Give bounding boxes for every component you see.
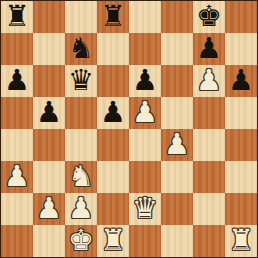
square-c4[interactable] (65, 129, 97, 161)
square-g6[interactable]: ♟ (193, 65, 225, 97)
square-f6[interactable] (161, 65, 193, 97)
square-e6[interactable]: ♟ (129, 65, 161, 97)
piece-white-rook[interactable]: ♜ (100, 224, 126, 256)
piece-black-queen[interactable]: ♛ (68, 64, 94, 96)
square-f2[interactable] (161, 193, 193, 225)
square-e1[interactable] (129, 225, 161, 257)
square-d6[interactable] (97, 65, 129, 97)
chess-board: ♜♜♚♞♟♟♛♟♟♟♟♟♟♟♟♞♟♟♛♚♜♜ (0, 0, 258, 258)
square-a4[interactable] (1, 129, 33, 161)
square-d8[interactable]: ♜ (97, 1, 129, 33)
square-c1[interactable]: ♚ (65, 225, 97, 257)
piece-white-king[interactable]: ♚ (68, 224, 94, 256)
piece-black-pawn[interactable]: ♟ (228, 64, 254, 96)
square-a2[interactable] (1, 193, 33, 225)
square-h3[interactable] (225, 161, 257, 193)
square-b1[interactable] (33, 225, 65, 257)
square-e5[interactable]: ♟ (129, 97, 161, 129)
piece-white-knight[interactable]: ♞ (68, 160, 94, 192)
square-a1[interactable] (1, 225, 33, 257)
piece-black-rook[interactable]: ♜ (100, 0, 126, 32)
piece-white-pawn[interactable]: ♟ (4, 160, 30, 192)
square-c3[interactable]: ♞ (65, 161, 97, 193)
piece-black-pawn[interactable]: ♟ (100, 96, 126, 128)
square-h2[interactable] (225, 193, 257, 225)
piece-white-pawn[interactable]: ♟ (164, 128, 190, 160)
square-f4[interactable]: ♟ (161, 129, 193, 161)
square-e3[interactable] (129, 161, 161, 193)
square-a5[interactable] (1, 97, 33, 129)
square-e7[interactable] (129, 33, 161, 65)
square-b3[interactable] (33, 161, 65, 193)
square-b6[interactable] (33, 65, 65, 97)
piece-black-rook[interactable]: ♜ (4, 0, 30, 32)
piece-black-pawn[interactable]: ♟ (4, 64, 30, 96)
square-d2[interactable] (97, 193, 129, 225)
square-e2[interactable]: ♛ (129, 193, 161, 225)
piece-white-pawn[interactable]: ♟ (68, 192, 94, 224)
piece-white-queen[interactable]: ♛ (132, 192, 158, 224)
piece-black-pawn[interactable]: ♟ (132, 64, 158, 96)
square-d7[interactable] (97, 33, 129, 65)
square-b2[interactable]: ♟ (33, 193, 65, 225)
square-b8[interactable] (33, 1, 65, 33)
square-e8[interactable] (129, 1, 161, 33)
square-g4[interactable] (193, 129, 225, 161)
piece-white-pawn[interactable]: ♟ (36, 192, 62, 224)
piece-black-knight[interactable]: ♞ (68, 32, 94, 64)
square-c2[interactable]: ♟ (65, 193, 97, 225)
piece-black-pawn[interactable]: ♟ (196, 32, 222, 64)
square-c7[interactable]: ♞ (65, 33, 97, 65)
square-g5[interactable] (193, 97, 225, 129)
square-a8[interactable]: ♜ (1, 1, 33, 33)
square-f7[interactable] (161, 33, 193, 65)
square-h5[interactable] (225, 97, 257, 129)
square-h4[interactable] (225, 129, 257, 161)
square-f8[interactable] (161, 1, 193, 33)
piece-black-king[interactable]: ♚ (196, 0, 222, 32)
square-b4[interactable] (33, 129, 65, 161)
square-h1[interactable]: ♜ (225, 225, 257, 257)
square-c5[interactable] (65, 97, 97, 129)
square-d5[interactable]: ♟ (97, 97, 129, 129)
square-f5[interactable] (161, 97, 193, 129)
square-a6[interactable]: ♟ (1, 65, 33, 97)
square-b7[interactable] (33, 33, 65, 65)
piece-white-pawn[interactable]: ♟ (132, 96, 158, 128)
square-c8[interactable] (65, 1, 97, 33)
piece-black-pawn[interactable]: ♟ (36, 96, 62, 128)
square-a3[interactable]: ♟ (1, 161, 33, 193)
square-d3[interactable] (97, 161, 129, 193)
piece-white-rook[interactable]: ♜ (228, 224, 254, 256)
square-c6[interactable]: ♛ (65, 65, 97, 97)
square-d4[interactable] (97, 129, 129, 161)
square-f3[interactable] (161, 161, 193, 193)
square-h8[interactable] (225, 1, 257, 33)
square-b5[interactable]: ♟ (33, 97, 65, 129)
piece-white-pawn[interactable]: ♟ (196, 64, 222, 96)
square-f1[interactable] (161, 225, 193, 257)
square-g7[interactable]: ♟ (193, 33, 225, 65)
square-g8[interactable]: ♚ (193, 1, 225, 33)
square-h7[interactable] (225, 33, 257, 65)
square-g2[interactable] (193, 193, 225, 225)
square-h6[interactable]: ♟ (225, 65, 257, 97)
square-g1[interactable] (193, 225, 225, 257)
square-d1[interactable]: ♜ (97, 225, 129, 257)
square-a7[interactable] (1, 33, 33, 65)
square-g3[interactable] (193, 161, 225, 193)
square-e4[interactable] (129, 129, 161, 161)
